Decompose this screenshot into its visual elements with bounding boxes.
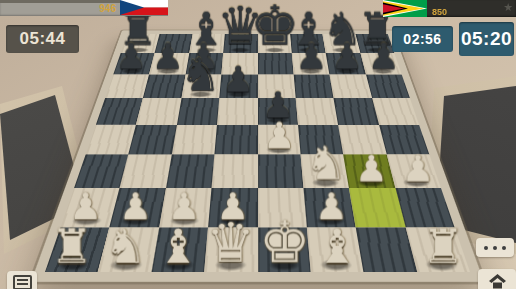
piece-white-rook-a1[interactable]: ♜: [51, 224, 93, 271]
square-a5[interactable]: [96, 98, 143, 124]
player-panel-right: 850 ★: [383, 0, 516, 17]
more-options-button[interactable]: [476, 238, 514, 257]
piece-black-pawn-a7[interactable]: ♟: [116, 38, 148, 74]
square-h5[interactable]: [372, 98, 419, 124]
guyana-flag-icon: [383, 0, 427, 17]
square-h3[interactable]: ♟: [386, 154, 441, 188]
player-right-rating: 850: [432, 7, 447, 17]
dot-icon: [484, 246, 488, 250]
square-b1[interactable]: ♞: [98, 227, 159, 272]
piece-black-knight-c6[interactable]: ♞: [180, 52, 221, 97]
move-list-button[interactable]: [7, 271, 37, 289]
square-e3[interactable]: [258, 154, 304, 188]
dot-icon: [502, 246, 506, 250]
player-panel-left: 946: [0, 0, 168, 16]
square-c6[interactable]: ♞: [181, 74, 221, 98]
square-b5[interactable]: [136, 98, 181, 124]
square-h7[interactable]: ♟: [360, 53, 402, 74]
square-e7[interactable]: [258, 53, 294, 74]
piece-black-pawn-f7[interactable]: ♟: [296, 38, 328, 74]
square-d1[interactable]: ♛: [204, 227, 257, 272]
square-f3[interactable]: ♞: [300, 154, 349, 188]
square-h1[interactable]: ♜: [405, 227, 470, 272]
square-b3[interactable]: [120, 154, 172, 188]
piece-white-pawn-g3[interactable]: ♟: [356, 151, 389, 188]
home-button[interactable]: [478, 269, 516, 289]
piece-black-pawn-g7[interactable]: ♟: [332, 38, 364, 74]
square-c3[interactable]: [166, 154, 215, 188]
square-d5[interactable]: [217, 98, 257, 124]
piece-black-pawn-b7[interactable]: ♟: [152, 38, 184, 74]
square-c1[interactable]: ♝: [151, 227, 208, 272]
dot-icon: [493, 246, 497, 250]
clock-right: 05:20: [459, 22, 514, 56]
square-d8[interactable]: ♛: [223, 34, 257, 53]
square-c4[interactable]: [172, 125, 218, 155]
home-icon: [489, 274, 506, 289]
piece-black-pawn-d6[interactable]: ♟: [222, 62, 254, 98]
player-left-rating: 946: [99, 3, 116, 14]
square-g7[interactable]: ♟: [326, 53, 366, 74]
square-e1[interactable]: ♚: [258, 227, 311, 272]
square-c5[interactable]: [177, 98, 220, 124]
square-f5[interactable]: [296, 98, 339, 124]
square-d3[interactable]: [212, 154, 258, 188]
square-a4[interactable]: [86, 125, 137, 155]
piece-white-queen-d1[interactable]: ♛: [206, 216, 255, 271]
piece-white-bishop-f1[interactable]: ♝: [316, 224, 358, 271]
square-d6[interactable]: ♟: [219, 74, 257, 98]
czech-flag-icon: [120, 0, 168, 15]
square-f6[interactable]: [294, 74, 334, 98]
square-f7[interactable]: ♟: [292, 53, 330, 74]
move-clock-right: 02:56: [392, 26, 453, 52]
piece-white-pawn-h3[interactable]: ♟: [401, 151, 434, 188]
square-g1[interactable]: [356, 227, 417, 272]
square-b6[interactable]: [143, 74, 185, 98]
piece-white-knight-b1[interactable]: ♞: [104, 224, 146, 271]
move-list-icon: [13, 275, 32, 289]
square-h6[interactable]: [366, 74, 410, 98]
square-d4[interactable]: [215, 125, 258, 155]
piece-white-knight-f3[interactable]: ♞: [305, 141, 347, 187]
piece-white-king-e1[interactable]: ♚: [258, 214, 309, 271]
chess-board[interactable]: ♜♝♛♚♝♞♜♟♟♟♟♟♟♞♟♟♟♞♟♟♟♟♟♟♟♜♞♝♛♚♝♜: [31, 30, 484, 281]
square-g6[interactable]: [330, 74, 372, 98]
piece-black-queen-d8[interactable]: ♛: [217, 1, 264, 53]
piece-white-pawn-e4[interactable]: ♟: [263, 117, 296, 153]
square-g5[interactable]: [334, 98, 379, 124]
star-icon: ★: [503, 1, 513, 14]
square-a6[interactable]: [105, 74, 149, 98]
square-a3[interactable]: [74, 154, 129, 188]
piece-white-rook-h1[interactable]: ♜: [422, 224, 464, 271]
piece-white-bishop-c1[interactable]: ♝: [157, 224, 199, 271]
square-b4[interactable]: [129, 125, 177, 155]
square-g3[interactable]: ♟: [343, 154, 395, 188]
square-e4[interactable]: ♟: [258, 125, 301, 155]
clock-left: 05:44: [6, 25, 79, 53]
square-f1[interactable]: ♝: [307, 227, 364, 272]
square-a7[interactable]: ♟: [113, 53, 155, 74]
